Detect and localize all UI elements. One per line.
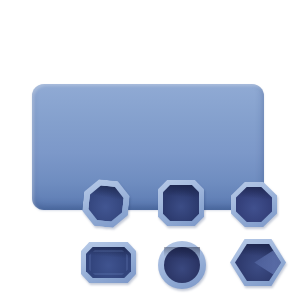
cavity-emerald-gem: [81, 242, 136, 283]
cavity-square-gem: [158, 180, 204, 226]
cavity-well: [164, 247, 200, 283]
emerald-step-facets: [89, 250, 128, 275]
silicone-gem-tray: [32, 84, 264, 210]
cavity-round-gem: [158, 241, 206, 289]
cavity-octagon-gem-2: [231, 182, 277, 227]
cavity-well: [86, 247, 131, 278]
product-photo: [0, 0, 300, 300]
cavity-octagon-gem-1: [83, 180, 129, 227]
cavity-hexagon-gem: [230, 239, 286, 286]
cavity-well: [163, 185, 199, 221]
